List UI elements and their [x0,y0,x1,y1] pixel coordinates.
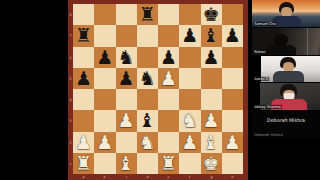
square-h5[interactable] [222,68,243,89]
video-call-sidebar: Samuel Cho Rohan Aarav S Abhay Sharma [252,0,320,180]
square-c8[interactable] [116,4,137,25]
black-bishop-d3: ♝ [139,111,156,130]
white-bishop-c1: ♝ [118,154,135,173]
chess-board: 87654321 abcdefgh ♜♚♜♟♝♟♟♞♟♟♟♟♞♟♟♝♞♟♟♟♞♟… [68,0,248,180]
rank-label-2: 2 [69,136,72,148]
white-pawn-b2: ♟ [96,133,113,152]
file-label-d: d [142,175,154,179]
white-pawn-g3: ♟ [203,111,220,130]
square-b2[interactable]: ♟ [94,132,115,153]
square-d3[interactable]: ♝ [137,110,158,131]
square-c7[interactable] [116,25,137,46]
square-e4[interactable] [158,89,179,110]
black-bishop-g7: ♝ [203,26,220,45]
square-a1[interactable]: ♜ [73,153,94,174]
square-d8[interactable]: ♜ [137,4,158,25]
black-knight-c6: ♞ [118,48,135,67]
square-b4[interactable] [94,89,115,110]
square-c4[interactable] [116,89,137,110]
square-g8[interactable]: ♚ [201,4,222,25]
square-b1[interactable] [94,153,115,174]
square-d2[interactable]: ♞ [137,132,158,153]
square-h2[interactable]: ♟ [222,132,243,153]
file-label-g: g [205,175,217,179]
square-c3[interactable]: ♟ [116,110,137,131]
white-pawn-c3: ♟ [118,111,135,130]
video-tile-4[interactable]: Abhay Sharma [252,83,320,110]
video-tile-1[interactable]: Samuel Cho [252,0,320,27]
white-pawn-h2: ♟ [224,133,241,152]
square-b3[interactable] [94,110,115,131]
square-h6[interactable] [222,47,243,68]
square-e6[interactable]: ♟ [158,47,179,68]
white-knight-d2: ♞ [139,133,156,152]
black-rook-d8: ♜ [139,5,156,24]
file-label-e: e [163,175,175,179]
white-pawn-e5: ♟ [160,69,177,88]
rank-label-7: 7 [69,30,72,42]
square-a2[interactable]: ♟ [73,132,94,153]
participant-3-name-label: Aarav S [253,77,269,81]
square-f2[interactable]: ♟ [179,132,200,153]
rank-label-5: 5 [69,73,72,85]
participant-5-name-label: Deborah Mishra [253,133,284,137]
rank-label-8: 8 [69,9,72,21]
rank-label-1: 1 [69,158,72,170]
white-rook-e1: ♜ [160,154,177,173]
square-d6[interactable] [137,47,158,68]
file-label-h: h [227,175,239,179]
square-g5[interactable] [201,68,222,89]
participant-2-name-label: Rohan [253,50,267,54]
square-g2[interactable]: ♝ [201,132,222,153]
square-d5[interactable]: ♞ [137,68,158,89]
participant-1-name-label: Samuel Cho [253,22,277,26]
square-g3[interactable]: ♟ [201,110,222,131]
black-king-g8: ♚ [203,5,220,24]
black-pawn-e6: ♟ [160,48,177,67]
square-h1[interactable] [222,153,243,174]
black-pawn-h7: ♟ [224,26,241,45]
square-f3[interactable]: ♞ [179,110,200,131]
participant-4-name-label: Abhay Sharma [253,105,282,109]
black-pawn-a5: ♟ [75,69,92,88]
square-e7[interactable] [158,25,179,46]
square-g4[interactable] [201,89,222,110]
square-a3[interactable] [73,110,94,131]
square-e2[interactable] [158,132,179,153]
video-tile-2[interactable]: Rohan [252,28,320,55]
participant-3-body [273,71,304,82]
black-knight-d5: ♞ [139,69,156,88]
video-tile-5[interactable]: Deborah Mishra Deborah Mishra [252,111,320,138]
square-a8[interactable] [73,4,94,25]
background-door-edge [307,28,308,55]
square-c5[interactable]: ♟ [116,68,137,89]
square-f5[interactable] [179,68,200,89]
participant-5-display-name: Deborah Mishra [259,117,313,123]
participant-3-video [261,56,320,82]
square-h3[interactable] [222,110,243,131]
square-c1[interactable]: ♝ [116,153,137,174]
square-c6[interactable]: ♞ [116,47,137,68]
square-b5[interactable] [94,68,115,89]
black-rook-a7: ♜ [75,26,92,45]
black-pawn-f7: ♟ [181,26,198,45]
square-g6[interactable]: ♟ [201,47,222,68]
square-g7[interactable]: ♝ [201,25,222,46]
white-king-g1: ♚ [203,154,220,173]
square-b8[interactable] [94,4,115,25]
square-e3[interactable] [158,110,179,131]
square-f7[interactable]: ♟ [179,25,200,46]
square-a4[interactable] [73,89,94,110]
square-d1[interactable] [137,153,158,174]
white-rook-a1: ♜ [75,154,92,173]
screen: 87654321 abcdefgh ♜♚♜♟♝♟♟♞♟♟♟♟♞♟♟♝♞♟♟♟♞♟… [0,0,320,180]
board-grid: ♜♚♜♟♝♟♟♞♟♟♟♟♞♟♟♝♞♟♟♟♞♟♝♟♜♝♜♚ [73,4,243,174]
square-b6[interactable]: ♟ [94,47,115,68]
square-d4[interactable] [137,89,158,110]
file-label-a: a [78,175,90,179]
black-pawn-c5: ♟ [118,69,135,88]
file-label-c: c [120,175,132,179]
file-label-b: b [99,175,111,179]
square-d7[interactable] [137,25,158,46]
white-bishop-g2: ♝ [203,133,220,152]
participant-2-silhouette-body [266,45,296,55]
video-tile-3[interactable]: Aarav S [252,56,320,82]
square-c2[interactable] [116,132,137,153]
white-knight-f3: ♞ [181,111,198,130]
rank-label-4: 4 [69,94,72,106]
square-f1[interactable] [179,153,200,174]
rank-label-6: 6 [69,51,72,63]
square-h8[interactable] [222,4,243,25]
square-f6[interactable] [179,47,200,68]
white-pawn-f2: ♟ [181,133,198,152]
black-pawn-g6: ♟ [203,48,220,67]
file-label-f: f [184,175,196,179]
square-b7[interactable] [94,25,115,46]
square-a5[interactable]: ♟ [73,68,94,89]
square-e8[interactable] [158,4,179,25]
black-pawn-b6: ♟ [96,48,113,67]
square-e1[interactable]: ♜ [158,153,179,174]
square-a7[interactable]: ♜ [73,25,94,46]
square-f8[interactable] [179,4,200,25]
square-h7[interactable]: ♟ [222,25,243,46]
square-g1[interactable]: ♚ [201,153,222,174]
white-pawn-a2: ♟ [75,133,92,152]
square-e5[interactable]: ♟ [158,68,179,89]
square-f4[interactable] [179,89,200,110]
file-coordinates: abcdefgh [73,173,243,180]
square-h4[interactable] [222,89,243,110]
rank-label-3: 3 [69,115,72,127]
square-a6[interactable] [73,47,94,68]
